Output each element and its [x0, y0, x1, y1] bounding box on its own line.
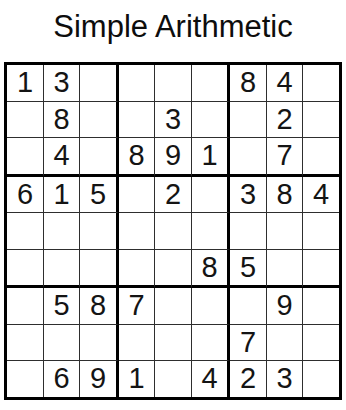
- cell-r6c6[interactable]: 8: [192, 250, 231, 289]
- cell-r7c4[interactable]: 7: [119, 288, 156, 325]
- cell-r4c7[interactable]: 3: [230, 177, 267, 214]
- cell-r4c2[interactable]: 1: [44, 177, 81, 214]
- cell-r4c6[interactable]: [192, 177, 231, 214]
- cell-r4c1[interactable]: 6: [7, 177, 44, 214]
- cell-r8c2[interactable]: [44, 325, 81, 362]
- cell-r1c2[interactable]: 3: [44, 65, 81, 102]
- cell-r6c4[interactable]: [119, 250, 156, 289]
- cell-r9c4[interactable]: 1: [119, 361, 156, 397]
- cell-r6c2[interactable]: [44, 250, 81, 289]
- cell-r3c1[interactable]: [7, 138, 44, 177]
- cell-r5c7[interactable]: [230, 213, 267, 250]
- cell-r6c8[interactable]: [267, 250, 304, 289]
- cell-r3c5[interactable]: 9: [155, 138, 192, 177]
- cell-r5c8[interactable]: [267, 213, 304, 250]
- cell-r6c1[interactable]: [7, 250, 44, 289]
- sudoku-board: 13848324891761523848558797691423: [4, 62, 342, 400]
- cell-r6c7[interactable]: 5: [230, 250, 267, 289]
- cell-r1c5[interactable]: [155, 65, 192, 102]
- cell-r6c5[interactable]: [155, 250, 192, 289]
- cell-r1c4[interactable]: [119, 65, 156, 102]
- cell-r4c3[interactable]: 5: [80, 177, 119, 214]
- board-container: 13848324891761523848558797691423: [0, 62, 346, 400]
- cell-r3c7[interactable]: [230, 138, 267, 177]
- cell-r8c4[interactable]: [119, 325, 156, 362]
- cell-r4c4[interactable]: [119, 177, 156, 214]
- cell-r7c8[interactable]: 9: [267, 288, 304, 325]
- cell-r5c5[interactable]: [155, 213, 192, 250]
- cell-r8c5[interactable]: [155, 325, 192, 362]
- cell-r7c2[interactable]: 5: [44, 288, 81, 325]
- cell-r2c5[interactable]: 3: [155, 102, 192, 139]
- cell-r5c1[interactable]: [7, 213, 44, 250]
- cell-r7c3[interactable]: 8: [80, 288, 119, 325]
- cell-r1c7[interactable]: 8: [230, 65, 267, 102]
- cell-r2c7[interactable]: [230, 102, 267, 139]
- cell-r2c2[interactable]: 8: [44, 102, 81, 139]
- cell-r9c3[interactable]: 9: [80, 361, 119, 397]
- cell-r6c3[interactable]: [80, 250, 119, 289]
- cell-r9c9[interactable]: [303, 361, 339, 397]
- cell-r8c9[interactable]: [303, 325, 339, 362]
- cell-r1c8[interactable]: 4: [267, 65, 304, 102]
- cell-r5c4[interactable]: [119, 213, 156, 250]
- cell-r4c8[interactable]: 8: [267, 177, 304, 214]
- cell-r2c1[interactable]: [7, 102, 44, 139]
- cell-r5c3[interactable]: [80, 213, 119, 250]
- cell-r9c6[interactable]: 4: [192, 361, 231, 397]
- cell-r6c9[interactable]: [303, 250, 339, 289]
- cell-r8c6[interactable]: [192, 325, 231, 362]
- cell-r1c9[interactable]: [303, 65, 339, 102]
- page-title: Simple Arithmetic: [0, 7, 346, 47]
- cell-r9c8[interactable]: 3: [267, 361, 304, 397]
- cell-r8c8[interactable]: [267, 325, 304, 362]
- cell-r5c6[interactable]: [192, 213, 231, 250]
- cell-r9c2[interactable]: 6: [44, 361, 81, 397]
- cell-r9c5[interactable]: [155, 361, 192, 397]
- cell-r2c9[interactable]: [303, 102, 339, 139]
- cell-r8c7[interactable]: 7: [230, 325, 267, 362]
- cell-r1c3[interactable]: [80, 65, 119, 102]
- cell-r7c9[interactable]: [303, 288, 339, 325]
- cell-r3c4[interactable]: 8: [119, 138, 156, 177]
- cell-r2c4[interactable]: [119, 102, 156, 139]
- cell-r3c2[interactable]: 4: [44, 138, 81, 177]
- cell-r1c1[interactable]: 1: [7, 65, 44, 102]
- cell-r2c8[interactable]: 2: [267, 102, 304, 139]
- cell-r4c5[interactable]: 2: [155, 177, 192, 214]
- cell-r7c6[interactable]: [192, 288, 231, 325]
- cell-r7c7[interactable]: [230, 288, 267, 325]
- cell-r9c1[interactable]: [7, 361, 44, 397]
- cell-r9c7[interactable]: 2: [230, 361, 267, 397]
- cell-r8c3[interactable]: [80, 325, 119, 362]
- cell-r7c1[interactable]: [7, 288, 44, 325]
- cell-r2c6[interactable]: [192, 102, 231, 139]
- cell-r3c3[interactable]: [80, 138, 119, 177]
- cell-r3c9[interactable]: [303, 138, 339, 177]
- cell-r5c2[interactable]: [44, 213, 81, 250]
- cell-r4c9[interactable]: 4: [303, 177, 339, 214]
- cell-r2c3[interactable]: [80, 102, 119, 139]
- cell-r5c9[interactable]: [303, 213, 339, 250]
- cell-r7c5[interactable]: [155, 288, 192, 325]
- cell-r8c1[interactable]: [7, 325, 44, 362]
- cell-r3c6[interactable]: 1: [192, 138, 231, 177]
- cell-r1c6[interactable]: [192, 65, 231, 102]
- cell-r3c8[interactable]: 7: [267, 138, 304, 177]
